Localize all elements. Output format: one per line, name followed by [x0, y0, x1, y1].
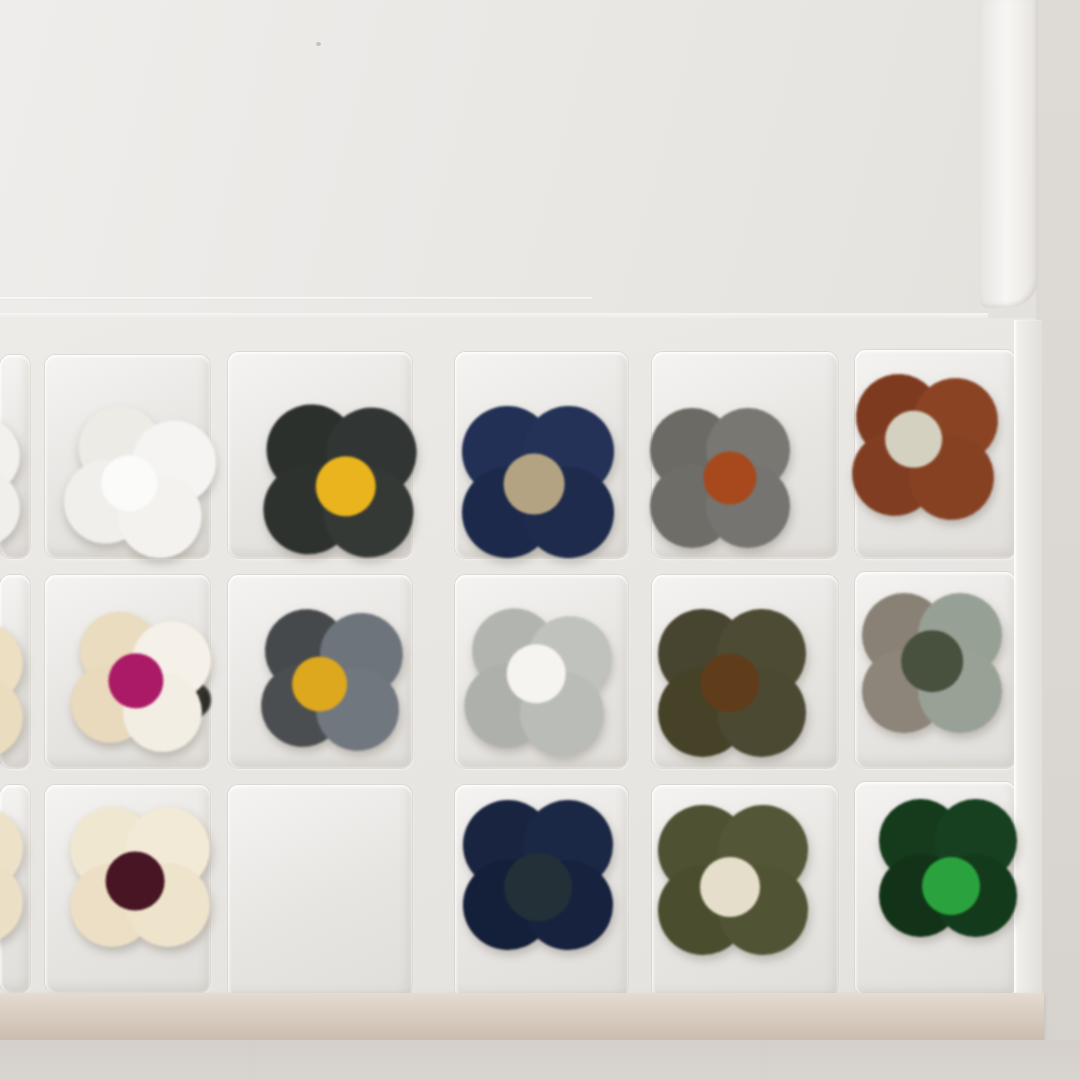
felt-flower-r2c2-cream-magenta	[65, 606, 218, 759]
felt-flower-r1c4-navy-tan	[462, 406, 614, 558]
petal-br	[0, 677, 23, 758]
flower-center	[922, 857, 980, 915]
felt-flower-left-row2-partial	[0, 623, 23, 758]
flower-center	[106, 852, 165, 911]
felt-flower-r3c4-navy-dark	[463, 800, 613, 950]
felt-flower-left-row3-partial	[0, 808, 23, 943]
felt-flower-r1c6-rust-cream	[849, 371, 1001, 523]
felt-flower-r1c2-white	[54, 396, 225, 567]
flower-center	[700, 857, 760, 917]
felt-flower-r3c6-forest-green	[879, 799, 1017, 937]
flower-center	[504, 853, 572, 921]
felt-flower-r2c6-taupe-darkolive	[862, 593, 1002, 733]
flower-center	[504, 454, 565, 515]
felt-flower-r3c2-ivory-maroon	[70, 807, 210, 947]
felt-flower-left-row1-partial	[0, 417, 20, 547]
felt-flower-r2c3-slate-yellow	[258, 606, 405, 753]
flower-center	[700, 653, 759, 712]
flower-center	[703, 451, 756, 504]
felt-flower-r1c3-charcoal-yellow	[261, 402, 419, 560]
felt-flower-r2c5-olive-brown	[658, 609, 806, 757]
felt-flower-r3c5-olive-cream	[658, 805, 808, 955]
photo-felt-flower-organizer	[0, 0, 1080, 1080]
petal-br	[0, 862, 23, 943]
flower-center	[901, 630, 963, 692]
felt-flower-r2c4-marl-white	[459, 603, 617, 761]
felt-flower-r1c5-gray-rust	[650, 408, 790, 548]
flowers-layer	[0, 0, 1080, 1080]
